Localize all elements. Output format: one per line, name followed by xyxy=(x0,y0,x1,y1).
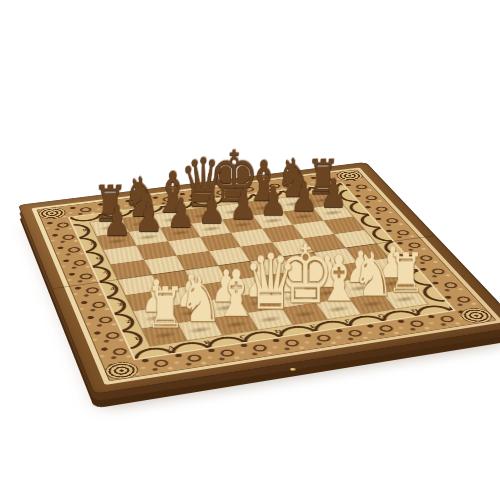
walnut-frame: ABCDEFGH 87654321 ♜♞♝♛♚♝♞♜♟♟♟♟♟♟♟♟♟♟♟♟♟♟… xyxy=(18,162,500,394)
square-c6 xyxy=(168,237,208,255)
coordinate-band: ABCDEFGH 87654321 ♜♞♝♛♚♝♞♜♟♟♟♟♟♟♟♟♟♟♟♟♟♟… xyxy=(68,182,456,360)
board-grid: ♜♞♝♛♚♝♞♜♟♟♟♟♟♟♟♟♟♟♟♟♟♟♟♟♜♞♝♛♚♝♞♜ xyxy=(90,191,428,345)
product-photo-scene: ABCDEFGH 87654321 ♜♞♝♛♚♝♞♜♟♟♟♟♟♟♟♟♟♟♟♟♟♟… xyxy=(0,0,500,500)
corner-rosette-icon xyxy=(457,307,495,324)
chess-board: ABCDEFGH 87654321 ♜♞♝♛♚♝♞♜♟♟♟♟♟♟♟♟♟♟♟♟♟♟… xyxy=(18,162,500,394)
corner-rosette-icon xyxy=(104,361,140,381)
square-a7: ♟ xyxy=(97,232,136,250)
square-g7: ♟ xyxy=(283,208,323,225)
corner-rosette-icon xyxy=(38,207,67,220)
